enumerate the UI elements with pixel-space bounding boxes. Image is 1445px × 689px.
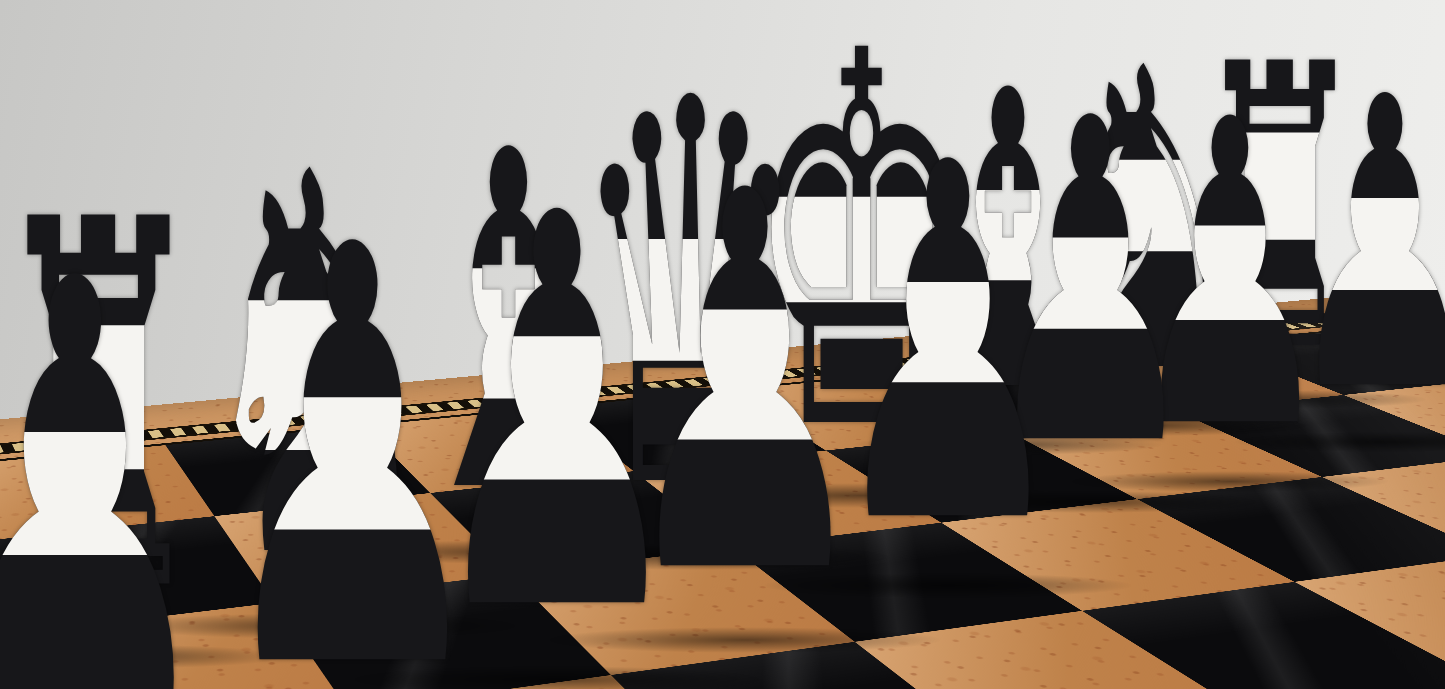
piece-black-pawn-a7[interactable]: ♟♟ [0,204,375,689]
chess-photo-stage: ♜♜♞♞♝♝♛♛♚♚♝♝♞♞♜♜♟♟♟♟♟♟♟♟♟♟♟♟♟♟♟♟ [0,0,1445,689]
